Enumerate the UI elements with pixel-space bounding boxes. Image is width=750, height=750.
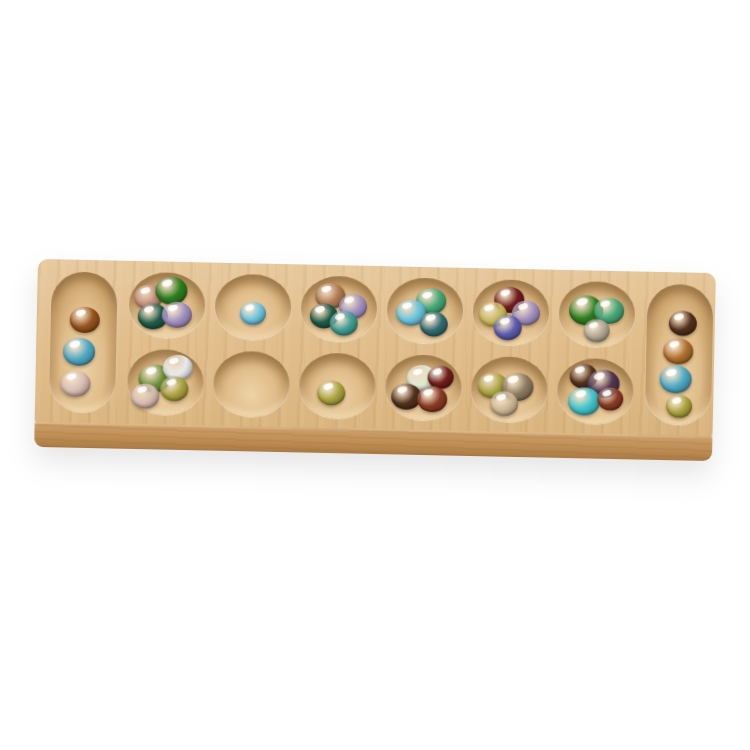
pit-top-6[interactable] [558,281,635,348]
glass-bead [162,301,193,328]
glass-bead [240,302,266,326]
store-right [645,284,714,425]
glass-bead [597,387,623,411]
glass-bead [490,391,519,417]
glass-bead [420,311,449,337]
pit-top-5[interactable] [472,279,549,346]
pit-bottom-5[interactable] [471,356,548,423]
glass-bead [568,387,601,416]
glass-bead [63,337,96,366]
glass-bead [131,383,160,409]
pit-bottom-4[interactable] [385,354,462,421]
pit-grid [127,270,636,427]
pit-top-1[interactable] [128,272,205,339]
pit-bottom-6[interactable] [557,358,634,425]
pit-top-2[interactable] [214,274,291,341]
glass-bead [583,319,609,343]
glass-bead [329,310,358,336]
pit-bottom-3[interactable] [299,352,376,419]
glass-bead [663,338,694,365]
glass-bead [61,370,92,397]
glass-bead [668,311,697,337]
glass-bead [317,381,346,407]
store-left [49,271,118,412]
glass-bead [160,376,189,402]
pit-bottom-1[interactable] [127,349,204,416]
mancala-board [34,259,716,461]
glass-bead [417,386,448,413]
glass-bead [659,365,692,394]
glass-bead [70,306,101,333]
pit-top-3[interactable] [300,275,377,342]
glass-bead [666,394,692,418]
glass-bead [493,315,522,341]
board-top-face [35,259,716,437]
pit-top-4[interactable] [386,277,463,344]
pit-bottom-2[interactable] [213,351,290,418]
glass-bead [155,276,188,305]
